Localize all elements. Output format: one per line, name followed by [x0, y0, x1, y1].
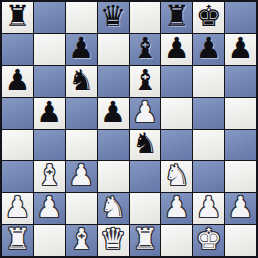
square-b7[interactable]	[34, 34, 65, 65]
square-a8[interactable]: ♜	[2, 2, 33, 33]
piece-black-knight[interactable]: ♞	[132, 130, 158, 159]
square-g8[interactable]: ♚	[193, 2, 224, 33]
square-a3[interactable]	[2, 161, 33, 192]
square-h7[interactable]: ♟	[225, 34, 256, 65]
square-h3[interactable]	[225, 161, 256, 192]
piece-black-pawn[interactable]: ♟	[196, 34, 222, 63]
square-g2[interactable]: ♟	[193, 193, 224, 224]
square-h8[interactable]	[225, 2, 256, 33]
square-a6[interactable]: ♟	[2, 66, 33, 97]
square-b1[interactable]	[34, 225, 65, 256]
square-b4[interactable]	[34, 130, 65, 161]
square-g5[interactable]	[193, 98, 224, 129]
square-a2[interactable]: ♟	[2, 193, 33, 224]
piece-white-pawn[interactable]: ♟	[4, 193, 30, 222]
square-d4[interactable]	[98, 130, 129, 161]
square-b5[interactable]: ♟	[34, 98, 65, 129]
square-e2[interactable]	[130, 193, 161, 224]
square-c1[interactable]: ♝	[66, 225, 97, 256]
square-b2[interactable]: ♟	[34, 193, 65, 224]
square-f4[interactable]	[161, 130, 192, 161]
piece-white-pawn[interactable]: ♟	[68, 161, 94, 190]
square-g7[interactable]: ♟	[193, 34, 224, 65]
piece-black-rook[interactable]: ♜	[4, 2, 30, 31]
piece-white-knight[interactable]: ♞	[100, 193, 126, 222]
square-c7[interactable]: ♟	[66, 34, 97, 65]
square-f1[interactable]	[161, 225, 192, 256]
square-f3[interactable]: ♞	[161, 161, 192, 192]
piece-black-bishop[interactable]: ♝	[132, 34, 158, 63]
chess-board: ♜♛♜♚♟♝♟♟♟♟♞♝♟♟♟♞♝♟♞♟♟♞♟♟♟♜♝♛♜♚	[0, 0, 258, 258]
square-d1[interactable]: ♛	[98, 225, 129, 256]
piece-black-pawn[interactable]: ♟	[36, 98, 62, 127]
square-b3[interactable]: ♝	[34, 161, 65, 192]
piece-black-pawn[interactable]: ♟	[228, 34, 254, 63]
piece-black-rook[interactable]: ♜	[164, 2, 190, 31]
piece-white-pawn[interactable]: ♟	[36, 193, 62, 222]
piece-white-bishop[interactable]: ♝	[68, 225, 94, 254]
square-e7[interactable]: ♝	[130, 34, 161, 65]
square-e6[interactable]: ♝	[130, 66, 161, 97]
piece-white-pawn[interactable]: ♟	[164, 193, 190, 222]
square-f7[interactable]: ♟	[161, 34, 192, 65]
square-g1[interactable]: ♚	[193, 225, 224, 256]
square-f5[interactable]	[161, 98, 192, 129]
square-b8[interactable]	[34, 2, 65, 33]
square-h6[interactable]	[225, 66, 256, 97]
piece-white-bishop[interactable]: ♝	[36, 161, 62, 190]
piece-black-queen[interactable]: ♛	[100, 2, 126, 31]
square-f6[interactable]	[161, 66, 192, 97]
square-d6[interactable]	[98, 66, 129, 97]
square-f2[interactable]: ♟	[161, 193, 192, 224]
piece-white-pawn[interactable]: ♟	[196, 193, 222, 222]
square-d2[interactable]: ♞	[98, 193, 129, 224]
piece-black-bishop[interactable]: ♝	[132, 66, 158, 95]
square-d8[interactable]: ♛	[98, 2, 129, 33]
square-h2[interactable]: ♟	[225, 193, 256, 224]
square-g4[interactable]	[193, 130, 224, 161]
square-e8[interactable]	[130, 2, 161, 33]
square-g6[interactable]	[193, 66, 224, 97]
square-g3[interactable]	[193, 161, 224, 192]
square-d7[interactable]	[98, 34, 129, 65]
square-f8[interactable]: ♜	[161, 2, 192, 33]
piece-black-king[interactable]: ♚	[196, 2, 222, 31]
piece-white-queen[interactable]: ♛	[100, 225, 126, 254]
piece-black-pawn[interactable]: ♟	[68, 34, 94, 63]
square-e5[interactable]: ♟	[130, 98, 161, 129]
square-a7[interactable]	[2, 34, 33, 65]
piece-white-pawn[interactable]: ♟	[228, 193, 254, 222]
piece-white-king[interactable]: ♚	[196, 225, 222, 254]
square-a5[interactable]	[2, 98, 33, 129]
piece-black-pawn[interactable]: ♟	[100, 98, 126, 127]
square-c2[interactable]	[66, 193, 97, 224]
square-e3[interactable]	[130, 161, 161, 192]
square-b6[interactable]	[34, 66, 65, 97]
piece-white-rook[interactable]: ♜	[4, 225, 30, 254]
square-a4[interactable]	[2, 130, 33, 161]
square-h1[interactable]	[225, 225, 256, 256]
square-c4[interactable]	[66, 130, 97, 161]
square-e4[interactable]: ♞	[130, 130, 161, 161]
piece-black-pawn[interactable]: ♟	[164, 34, 190, 63]
piece-black-knight[interactable]: ♞	[68, 66, 94, 95]
square-c8[interactable]	[66, 2, 97, 33]
piece-white-pawn[interactable]: ♟	[132, 98, 158, 127]
square-d5[interactable]: ♟	[98, 98, 129, 129]
square-c6[interactable]: ♞	[66, 66, 97, 97]
square-c5[interactable]	[66, 98, 97, 129]
piece-white-rook[interactable]: ♜	[132, 225, 158, 254]
square-a1[interactable]: ♜	[2, 225, 33, 256]
square-h4[interactable]	[225, 130, 256, 161]
piece-black-pawn[interactable]: ♟	[4, 66, 30, 95]
square-e1[interactable]: ♜	[130, 225, 161, 256]
piece-white-knight[interactable]: ♞	[164, 161, 190, 190]
square-h5[interactable]	[225, 98, 256, 129]
square-d3[interactable]	[98, 161, 129, 192]
square-c3[interactable]: ♟	[66, 161, 97, 192]
